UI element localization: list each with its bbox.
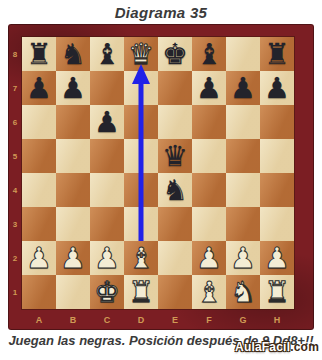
- file-label-g: G: [226, 315, 260, 325]
- black-rook-a8: ♜: [26, 37, 52, 71]
- square-f8: ♝: [192, 37, 226, 71]
- square-g4: [226, 173, 260, 207]
- square-e2: [158, 241, 192, 275]
- square-h4: [260, 173, 294, 207]
- watermark-logo: AulaFacil.com: [235, 340, 319, 354]
- square-d1: ♜: [124, 275, 158, 309]
- square-e7: [158, 71, 192, 105]
- square-d6: [124, 105, 158, 139]
- square-g8: [226, 37, 260, 71]
- white-queen-d8: ♛: [128, 37, 154, 71]
- file-label-d: D: [124, 315, 158, 325]
- file-label-b: B: [56, 315, 90, 325]
- square-b8: ♞: [56, 37, 90, 71]
- page-title: Diagrama 35: [0, 4, 322, 21]
- square-f4: [192, 173, 226, 207]
- watermark-brand: AulaFacil: [235, 340, 290, 354]
- square-e3: [158, 207, 192, 241]
- square-c8: ♝: [90, 37, 124, 71]
- square-a6: [22, 105, 56, 139]
- black-knight-e4: ♞: [162, 173, 188, 207]
- white-king-c1: ♚: [94, 275, 120, 309]
- square-g1: ♞: [226, 275, 260, 309]
- white-rook-d1: ♜: [128, 275, 154, 309]
- file-label-a: A: [22, 315, 56, 325]
- square-e5: ♛: [158, 139, 192, 173]
- rank-label-7: 7: [8, 71, 22, 105]
- square-h1: ♜: [260, 275, 294, 309]
- square-h2: ♟: [260, 241, 294, 275]
- square-b2: ♟: [56, 241, 90, 275]
- file-label-c: C: [90, 315, 124, 325]
- square-h6: [260, 105, 294, 139]
- rank-label-6: 6: [8, 105, 22, 139]
- square-d5: [124, 139, 158, 173]
- square-a2: ♟: [22, 241, 56, 275]
- black-pawn-c6: ♟: [94, 105, 120, 139]
- rank-labels: 87654321: [8, 37, 22, 309]
- black-king-e8: ♚: [162, 37, 188, 71]
- white-pawn-h2: ♟: [264, 241, 290, 275]
- square-d2: ♝: [124, 241, 158, 275]
- file-label-f: F: [192, 315, 226, 325]
- square-e1: [158, 275, 192, 309]
- black-rook-h8: ♜: [264, 37, 290, 71]
- file-label-e: E: [158, 315, 192, 325]
- square-c1: ♚: [90, 275, 124, 309]
- black-knight-b8: ♞: [60, 37, 86, 71]
- square-b6: [56, 105, 90, 139]
- rank-label-1: 1: [8, 275, 22, 309]
- square-a4: [22, 173, 56, 207]
- square-h8: ♜: [260, 37, 294, 71]
- rank-label-4: 4: [8, 173, 22, 207]
- square-f7: ♟: [192, 71, 226, 105]
- watermark-suffix: .com: [290, 340, 319, 354]
- square-d8: ♛: [124, 37, 158, 71]
- square-f5: [192, 139, 226, 173]
- black-pawn-a7: ♟: [26, 71, 52, 105]
- square-a5: [22, 139, 56, 173]
- white-pawn-g2: ♟: [230, 241, 256, 275]
- square-c3: [90, 207, 124, 241]
- square-b5: [56, 139, 90, 173]
- square-e6: [158, 105, 192, 139]
- rank-label-8: 8: [8, 37, 22, 71]
- board-area: ♜♞♝♛♚♝♜♟♟♟♟♟♟♛♞♟♟♟♝♟♟♟♚♜♝♞♜: [22, 37, 294, 309]
- square-h7: ♟: [260, 71, 294, 105]
- square-c7: [90, 71, 124, 105]
- board-squares: ♜♞♝♛♚♝♜♟♟♟♟♟♟♛♞♟♟♟♝♟♟♟♚♜♝♞♜: [22, 37, 294, 309]
- square-b7: ♟: [56, 71, 90, 105]
- square-a7: ♟: [22, 71, 56, 105]
- square-c2: ♟: [90, 241, 124, 275]
- square-h5: [260, 139, 294, 173]
- square-f2: ♟: [192, 241, 226, 275]
- square-a1: [22, 275, 56, 309]
- file-label-h: H: [260, 315, 294, 325]
- white-bishop-d2: ♝: [128, 241, 154, 275]
- white-pawn-f2: ♟: [196, 241, 222, 275]
- square-d7: [124, 71, 158, 105]
- black-pawn-f7: ♟: [196, 71, 222, 105]
- square-b3: [56, 207, 90, 241]
- square-c6: ♟: [90, 105, 124, 139]
- white-pawn-c2: ♟: [94, 241, 120, 275]
- square-b4: [56, 173, 90, 207]
- white-rook-h1: ♜: [264, 275, 290, 309]
- square-b1: [56, 275, 90, 309]
- file-labels: ABCDEFGH: [22, 309, 294, 330]
- black-pawn-h7: ♟: [264, 71, 290, 105]
- white-bishop-f1: ♝: [196, 275, 222, 309]
- square-f3: [192, 207, 226, 241]
- square-a8: ♜: [22, 37, 56, 71]
- square-g6: [226, 105, 260, 139]
- black-pawn-g7: ♟: [230, 71, 256, 105]
- black-bishop-c8: ♝: [94, 37, 120, 71]
- square-f1: ♝: [192, 275, 226, 309]
- square-g2: ♟: [226, 241, 260, 275]
- rank-label-5: 5: [8, 139, 22, 173]
- chess-board-frame: 87654321 ♜♞♝♛♚♝♜♟♟♟♟♟♟♛♞♟♟♟♝♟♟♟♚♜♝♞♜ ABC…: [8, 24, 314, 330]
- square-e8: ♚: [158, 37, 192, 71]
- caption-row: Juegan las negras. Posición después de 9…: [0, 333, 322, 357]
- square-g7: ♟: [226, 71, 260, 105]
- square-f6: [192, 105, 226, 139]
- black-queen-e5: ♛: [162, 139, 188, 173]
- black-bishop-f8: ♝: [196, 37, 222, 71]
- rank-label-2: 2: [8, 241, 22, 275]
- rank-label-3: 3: [8, 207, 22, 241]
- white-pawn-b2: ♟: [60, 241, 86, 275]
- square-g3: [226, 207, 260, 241]
- square-d3: [124, 207, 158, 241]
- square-d4: [124, 173, 158, 207]
- square-e4: ♞: [158, 173, 192, 207]
- white-pawn-a2: ♟: [26, 241, 52, 275]
- square-g5: [226, 139, 260, 173]
- square-c5: [90, 139, 124, 173]
- white-knight-g1: ♞: [230, 275, 256, 309]
- square-a3: [22, 207, 56, 241]
- square-h3: [260, 207, 294, 241]
- black-pawn-b7: ♟: [60, 71, 86, 105]
- square-c4: [90, 173, 124, 207]
